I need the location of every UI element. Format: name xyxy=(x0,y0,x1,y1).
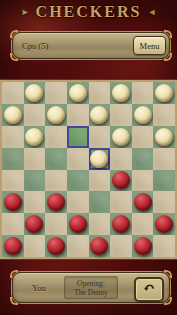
board-square-r7c4[interactable] xyxy=(89,235,111,257)
board-square-r1c0[interactable] xyxy=(2,104,24,126)
board-square-r4c3[interactable] xyxy=(67,170,89,192)
board-square-r6c6[interactable] xyxy=(132,213,154,235)
board xyxy=(0,80,177,259)
red-piece[interactable] xyxy=(47,193,65,211)
board-square-r6c5[interactable] xyxy=(110,213,132,235)
board-square-r0c0[interactable] xyxy=(2,82,24,104)
board-square-r2c0[interactable] xyxy=(2,126,24,148)
white-piece[interactable] xyxy=(112,128,130,146)
board-square-r7c0[interactable] xyxy=(2,235,24,257)
corner-ornament-icon xyxy=(164,270,172,278)
undo-arrow-icon: ↶ xyxy=(143,281,156,296)
board-square-r6c0[interactable] xyxy=(2,213,24,235)
checkers-app-screen: ► CHECKERS ◄ Cpu (5) Menu You Opening: T… xyxy=(0,0,177,315)
board-square-r5c2[interactable] xyxy=(45,191,67,213)
white-piece[interactable] xyxy=(25,84,43,102)
red-piece[interactable] xyxy=(134,193,152,211)
red-piece[interactable] xyxy=(4,193,22,211)
board-square-r2c5[interactable] xyxy=(110,126,132,148)
board-square-r5c6[interactable] xyxy=(132,191,154,213)
corner-ornament-icon xyxy=(10,30,18,38)
corner-ornament-icon xyxy=(10,270,18,278)
board-square-r1c7[interactable] xyxy=(153,104,175,126)
red-piece[interactable] xyxy=(112,171,130,189)
board-square-r6c1[interactable] xyxy=(24,213,46,235)
white-piece[interactable] xyxy=(47,106,65,124)
board-square-r2c3[interactable] xyxy=(67,126,89,148)
board-square-r0c3[interactable] xyxy=(67,82,89,104)
board-square-r1c6[interactable] xyxy=(132,104,154,126)
white-piece[interactable] xyxy=(155,128,173,146)
board-square-r2c1[interactable] xyxy=(24,126,46,148)
white-piece[interactable] xyxy=(4,106,22,124)
board-square-r1c3[interactable] xyxy=(67,104,89,126)
white-piece[interactable] xyxy=(155,84,173,102)
board-square-r3c1[interactable] xyxy=(24,148,46,170)
white-piece[interactable] xyxy=(90,150,108,168)
red-piece[interactable] xyxy=(25,215,43,233)
red-piece[interactable] xyxy=(134,237,152,255)
board-square-r1c1[interactable] xyxy=(24,104,46,126)
opening-status-panel: Opening: The Denny xyxy=(64,276,118,299)
board-square-r3c5[interactable] xyxy=(110,148,132,170)
title-ornament-right-icon: ◄ xyxy=(147,7,156,17)
board-square-r3c3[interactable] xyxy=(67,148,89,170)
board-square-r6c3[interactable] xyxy=(67,213,89,235)
player-bar: You Opening: The Denny ↶ xyxy=(12,272,170,303)
red-piece[interactable] xyxy=(47,237,65,255)
opening-status-line2: The Denny xyxy=(74,288,108,297)
board-square-r5c0[interactable] xyxy=(2,191,24,213)
title-bar: ► CHECKERS ◄ xyxy=(0,1,177,23)
board-square-r7c3[interactable] xyxy=(67,235,89,257)
board-square-r0c7[interactable] xyxy=(153,82,175,104)
board-square-r3c7[interactable] xyxy=(153,148,175,170)
white-piece[interactable] xyxy=(134,106,152,124)
board-square-r5c7[interactable] xyxy=(153,191,175,213)
board-square-r0c6[interactable] xyxy=(132,82,154,104)
board-square-r2c7[interactable] xyxy=(153,126,175,148)
player-label: You xyxy=(13,283,46,293)
board-square-r6c2[interactable] xyxy=(45,213,67,235)
board-square-r1c2[interactable] xyxy=(45,104,67,126)
board-square-r7c5[interactable] xyxy=(110,235,132,257)
board-square-r1c5[interactable] xyxy=(110,104,132,126)
board-square-r4c1[interactable] xyxy=(24,170,46,192)
opponent-bar: Cpu (5) Menu xyxy=(12,32,170,59)
board-square-r4c7[interactable] xyxy=(153,170,175,192)
red-piece[interactable] xyxy=(4,237,22,255)
board-square-r7c6[interactable] xyxy=(132,235,154,257)
board-square-r1c4[interactable] xyxy=(89,104,111,126)
board-square-r2c2[interactable] xyxy=(45,126,67,148)
menu-button[interactable]: Menu xyxy=(133,36,166,55)
board-square-r4c6[interactable] xyxy=(132,170,154,192)
board-square-r0c2[interactable] xyxy=(45,82,67,104)
board-square-r3c0[interactable] xyxy=(2,148,24,170)
board-square-r3c6[interactable] xyxy=(132,148,154,170)
board-square-r2c6[interactable] xyxy=(132,126,154,148)
corner-ornament-icon xyxy=(164,297,172,305)
corner-ornament-icon xyxy=(10,297,18,305)
board-square-r2c4[interactable] xyxy=(89,126,111,148)
corner-ornament-icon xyxy=(164,53,172,61)
title-ornament-left-icon: ► xyxy=(21,7,30,17)
board-square-r4c0[interactable] xyxy=(2,170,24,192)
red-piece[interactable] xyxy=(112,215,130,233)
board-square-r7c2[interactable] xyxy=(45,235,67,257)
board-square-r3c2[interactable] xyxy=(45,148,67,170)
board-square-r7c1[interactable] xyxy=(24,235,46,257)
corner-ornament-icon xyxy=(10,53,18,61)
board-square-r5c1[interactable] xyxy=(24,191,46,213)
board-square-r0c5[interactable] xyxy=(110,82,132,104)
board-square-r0c4[interactable] xyxy=(89,82,111,104)
opponent-label: Cpu (5) xyxy=(13,41,48,51)
board-square-r4c4[interactable] xyxy=(89,170,111,192)
white-piece[interactable] xyxy=(69,84,87,102)
board-square-r0c1[interactable] xyxy=(24,82,46,104)
board-square-r6c4[interactable] xyxy=(89,213,111,235)
board-square-r5c4[interactable] xyxy=(89,191,111,213)
board-square-r5c5[interactable] xyxy=(110,191,132,213)
board-square-r3c4[interactable] xyxy=(89,148,111,170)
white-piece[interactable] xyxy=(90,106,108,124)
board-square-r6c7[interactable] xyxy=(153,213,175,235)
red-piece[interactable] xyxy=(69,215,87,233)
app-title: CHECKERS xyxy=(36,3,142,21)
board-square-r4c5[interactable] xyxy=(110,170,132,192)
undo-button[interactable]: ↶ xyxy=(134,277,164,302)
red-piece[interactable] xyxy=(90,237,108,255)
board-square-r7c7[interactable] xyxy=(153,235,175,257)
white-piece[interactable] xyxy=(112,84,130,102)
board-square-r5c3[interactable] xyxy=(67,191,89,213)
red-piece[interactable] xyxy=(155,215,173,233)
board-square-r4c2[interactable] xyxy=(45,170,67,192)
white-piece[interactable] xyxy=(25,128,43,146)
opening-status-line1: Opening: xyxy=(77,279,105,288)
menu-button-label: Menu xyxy=(140,41,160,51)
